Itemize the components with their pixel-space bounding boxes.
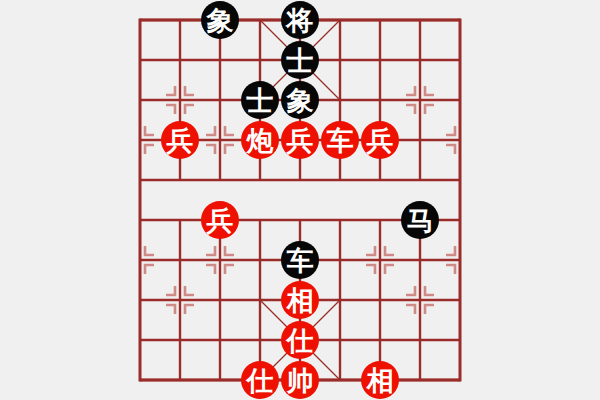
red-pawn[interactable]: 兵 — [161, 121, 199, 159]
red-cannon[interactable]: 炮 — [241, 121, 279, 159]
red-advisor[interactable]: 仕 — [281, 321, 319, 359]
red-advisor[interactable]: 仕 — [241, 361, 279, 399]
black-elephant[interactable]: 象 — [281, 81, 319, 119]
screenshot-root: { "game": "xiangqi", "board": { "columns… — [0, 0, 600, 400]
black-advisor[interactable]: 士 — [241, 81, 279, 119]
red-pawn[interactable]: 兵 — [361, 121, 399, 159]
red-elephant[interactable]: 相 — [281, 281, 319, 319]
black-horse[interactable]: 马 — [401, 201, 439, 239]
black-chariot[interactable]: 车 — [281, 241, 319, 279]
black-king[interactable]: 将 — [281, 1, 319, 39]
red-elephant[interactable]: 相 — [361, 361, 399, 399]
xiangqi-board: 象将士士象兵炮兵车兵兵马车相仕仕帅相 — [0, 0, 600, 400]
red-pawn[interactable]: 兵 — [281, 121, 319, 159]
red-pawn[interactable]: 兵 — [201, 201, 239, 239]
piece-layer: 象将士士象兵炮兵车兵兵马车相仕仕帅相 — [0, 0, 600, 400]
red-king[interactable]: 帅 — [281, 361, 319, 399]
red-chariot[interactable]: 车 — [321, 121, 359, 159]
black-advisor[interactable]: 士 — [281, 41, 319, 79]
black-elephant[interactable]: 象 — [201, 1, 239, 39]
